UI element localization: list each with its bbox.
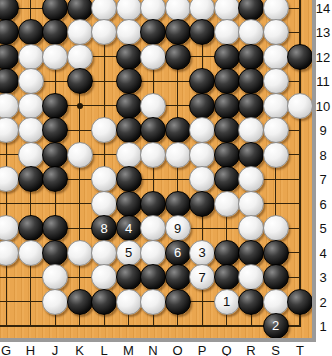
stone-L13[interactable] [91,19,117,45]
stone-R5[interactable] [238,215,264,241]
row-label-11: 11 [314,74,332,89]
stone-Q13[interactable] [214,19,240,45]
stone-T10[interactable] [287,93,312,119]
column-label-H: H [21,343,41,356]
stone-K2[interactable] [67,289,93,315]
stone-G10[interactable] [0,93,19,119]
stone-J4[interactable] [42,240,68,266]
numbered-stone-M4[interactable]: 5 [116,240,142,266]
stone-H10[interactable] [18,93,44,119]
stone-L6[interactable] [91,191,117,217]
move-number: 5 [125,246,132,259]
stone-J10[interactable] [42,93,68,119]
stone-Q9[interactable] [214,117,240,143]
stone-L14[interactable] [91,0,117,21]
stone-S3[interactable] [263,264,289,290]
stone-S13[interactable] [263,19,289,45]
stone-S11[interactable] [263,68,289,94]
stone-J8[interactable] [42,142,68,168]
stone-S12[interactable] [263,44,289,70]
stone-M9[interactable] [116,117,142,143]
stone-R9[interactable] [238,117,264,143]
stone-Q3[interactable] [214,264,240,290]
row-label-8: 8 [314,147,332,162]
move-number: 4 [125,222,132,235]
stone-G13[interactable] [0,19,19,45]
stone-M2[interactable] [116,289,142,315]
row-label-1: 1 [314,318,332,333]
stone-R10[interactable] [238,93,264,119]
stone-K13[interactable] [67,19,93,45]
stone-N13[interactable] [140,19,166,45]
stone-R13[interactable] [238,19,264,45]
stone-K12[interactable] [67,44,93,70]
stone-L3[interactable] [91,264,117,290]
go-board[interactable]: 849563712 [0,0,312,338]
stone-H11[interactable] [18,68,44,94]
stone-Q14[interactable] [214,0,240,21]
stone-P9[interactable] [189,117,215,143]
row-label-6: 6 [314,196,332,211]
stone-N3[interactable] [140,264,166,290]
grid-line-row-1 [0,325,301,327]
column-label-J: J [45,343,65,356]
stone-N10[interactable] [140,93,166,119]
stone-Q7[interactable] [214,166,240,192]
stone-T12[interactable] [287,44,312,70]
stone-O13[interactable] [165,19,191,45]
column-label-O: O [168,343,188,356]
star-point-K10 [77,103,83,109]
stone-K11[interactable] [67,68,93,94]
stone-N6[interactable] [140,191,166,217]
row-label-4: 4 [314,245,332,260]
stone-R2[interactable] [238,289,264,315]
column-label-T: T [290,343,310,356]
stone-O12[interactable] [165,44,191,70]
row-label-3: 3 [314,270,332,285]
move-number: 3 [198,246,205,259]
row-label-13: 13 [314,25,332,40]
move-number: 1 [223,295,230,308]
stone-N12[interactable] [140,44,166,70]
stone-N2[interactable] [140,289,166,315]
stone-N14[interactable] [140,0,166,21]
stone-N9[interactable] [140,117,166,143]
numbered-stone-P4[interactable]: 3 [189,240,215,266]
row-label-14: 14 [314,1,332,16]
row-label-2: 2 [314,294,332,309]
stone-J5[interactable] [42,215,68,241]
stone-O3[interactable] [165,264,191,290]
numbered-stone-O5[interactable]: 9 [165,215,191,241]
board-trim-bottom [0,338,316,342]
stone-H13[interactable] [18,19,44,45]
stone-J14[interactable] [42,0,68,21]
stone-Q11[interactable] [214,68,240,94]
stone-S8[interactable] [263,142,289,168]
move-number: 7 [198,271,205,284]
stone-J9[interactable] [42,117,68,143]
stone-P14[interactable] [189,0,215,21]
stone-Q12[interactable] [214,44,240,70]
move-number: 2 [272,319,279,332]
column-label-M: M [119,343,139,356]
stone-G14[interactable] [0,0,19,21]
column-label-R: R [241,343,261,356]
row-label-5: 5 [314,221,332,236]
stone-S5[interactable] [263,215,289,241]
stone-P10[interactable] [189,93,215,119]
row-label-9: 9 [314,123,332,138]
stone-H5[interactable] [18,215,44,241]
stone-G11[interactable] [0,68,19,94]
stone-R8[interactable] [238,142,264,168]
stone-K14[interactable] [67,0,93,21]
stone-O14[interactable] [165,0,191,21]
stone-M12[interactable] [116,44,142,70]
stone-R7[interactable] [238,166,264,192]
column-label-G: G [0,343,16,356]
stone-M6[interactable] [116,191,142,217]
stone-N4[interactable] [140,240,166,266]
stone-J7[interactable] [42,166,68,192]
row-label-7: 7 [314,172,332,187]
stone-P7[interactable] [189,166,215,192]
stone-M8[interactable] [116,142,142,168]
stone-P13[interactable] [189,19,215,45]
stone-K8[interactable] [67,142,93,168]
row-label-12: 12 [314,49,332,64]
stone-O2[interactable] [165,289,191,315]
numbered-stone-P3[interactable]: 7 [189,264,215,290]
stone-H9[interactable] [18,117,44,143]
stone-M14[interactable] [116,0,142,21]
stone-G12[interactable] [0,44,19,70]
stone-Q6[interactable] [214,191,240,217]
stone-G4[interactable] [0,240,19,266]
stone-M11[interactable] [116,68,142,94]
column-label-S: S [266,343,286,356]
stone-T2[interactable] [287,289,312,315]
stone-H7[interactable] [18,166,44,192]
stone-H4[interactable] [18,240,44,266]
stone-G9[interactable] [0,117,19,143]
stone-S2[interactable] [263,289,289,315]
stone-O9[interactable] [165,117,191,143]
stone-M3[interactable] [116,264,142,290]
row-label-10: 10 [314,98,332,113]
stone-J2[interactable] [42,289,68,315]
stone-O6[interactable] [165,191,191,217]
stone-J12[interactable] [42,44,68,70]
stone-O8[interactable] [165,142,191,168]
stone-P8[interactable] [189,142,215,168]
column-label-L: L [94,343,114,356]
stone-P11[interactable] [189,68,215,94]
column-label-P: P [192,343,212,356]
stone-K4[interactable] [67,240,93,266]
stone-H8[interactable] [18,142,44,168]
stone-L2[interactable] [91,289,117,315]
stone-Q10[interactable] [214,93,240,119]
stone-J3[interactable] [42,264,68,290]
stone-S4[interactable] [263,240,289,266]
go-diagram: 849563712 1413121110987654321 GHJKLMNOPQ… [0,0,332,356]
stone-R3[interactable] [238,264,264,290]
numbered-stone-O4[interactable]: 6 [165,240,191,266]
stone-G7[interactable] [0,166,19,192]
stone-P6[interactable] [189,191,215,217]
stone-R4[interactable] [238,240,264,266]
move-number: 8 [100,222,107,235]
stone-S14[interactable] [263,0,289,21]
move-number: 6 [174,246,181,259]
stone-H12[interactable] [18,44,44,70]
numbered-stone-M5[interactable]: 4 [116,215,142,241]
move-number: 9 [174,222,181,235]
stone-R6[interactable] [238,191,264,217]
stone-M10[interactable] [116,93,142,119]
stone-L4[interactable] [91,240,117,266]
column-label-N: N [143,343,163,356]
column-label-K: K [70,343,90,356]
numbered-stone-Q2[interactable]: 1 [214,289,240,315]
stone-N5[interactable] [140,215,166,241]
column-label-Q: Q [217,343,237,356]
stone-L9[interactable] [91,117,117,143]
stone-S9[interactable] [263,117,289,143]
stone-J13[interactable] [42,19,68,45]
stone-S10[interactable] [263,93,289,119]
stone-R12[interactable] [238,44,264,70]
numbered-stone-S1[interactable]: 2 [263,313,289,338]
stone-N8[interactable] [140,142,166,168]
stone-Q4[interactable] [214,240,240,266]
stone-G5[interactable] [0,215,19,241]
stone-R11[interactable] [238,68,264,94]
numbered-stone-L5[interactable]: 8 [91,215,117,241]
stone-M13[interactable] [116,19,142,45]
stone-L7[interactable] [91,166,117,192]
stone-Q8[interactable] [214,142,240,168]
stone-M7[interactable] [116,166,142,192]
stone-R14[interactable] [238,0,264,21]
